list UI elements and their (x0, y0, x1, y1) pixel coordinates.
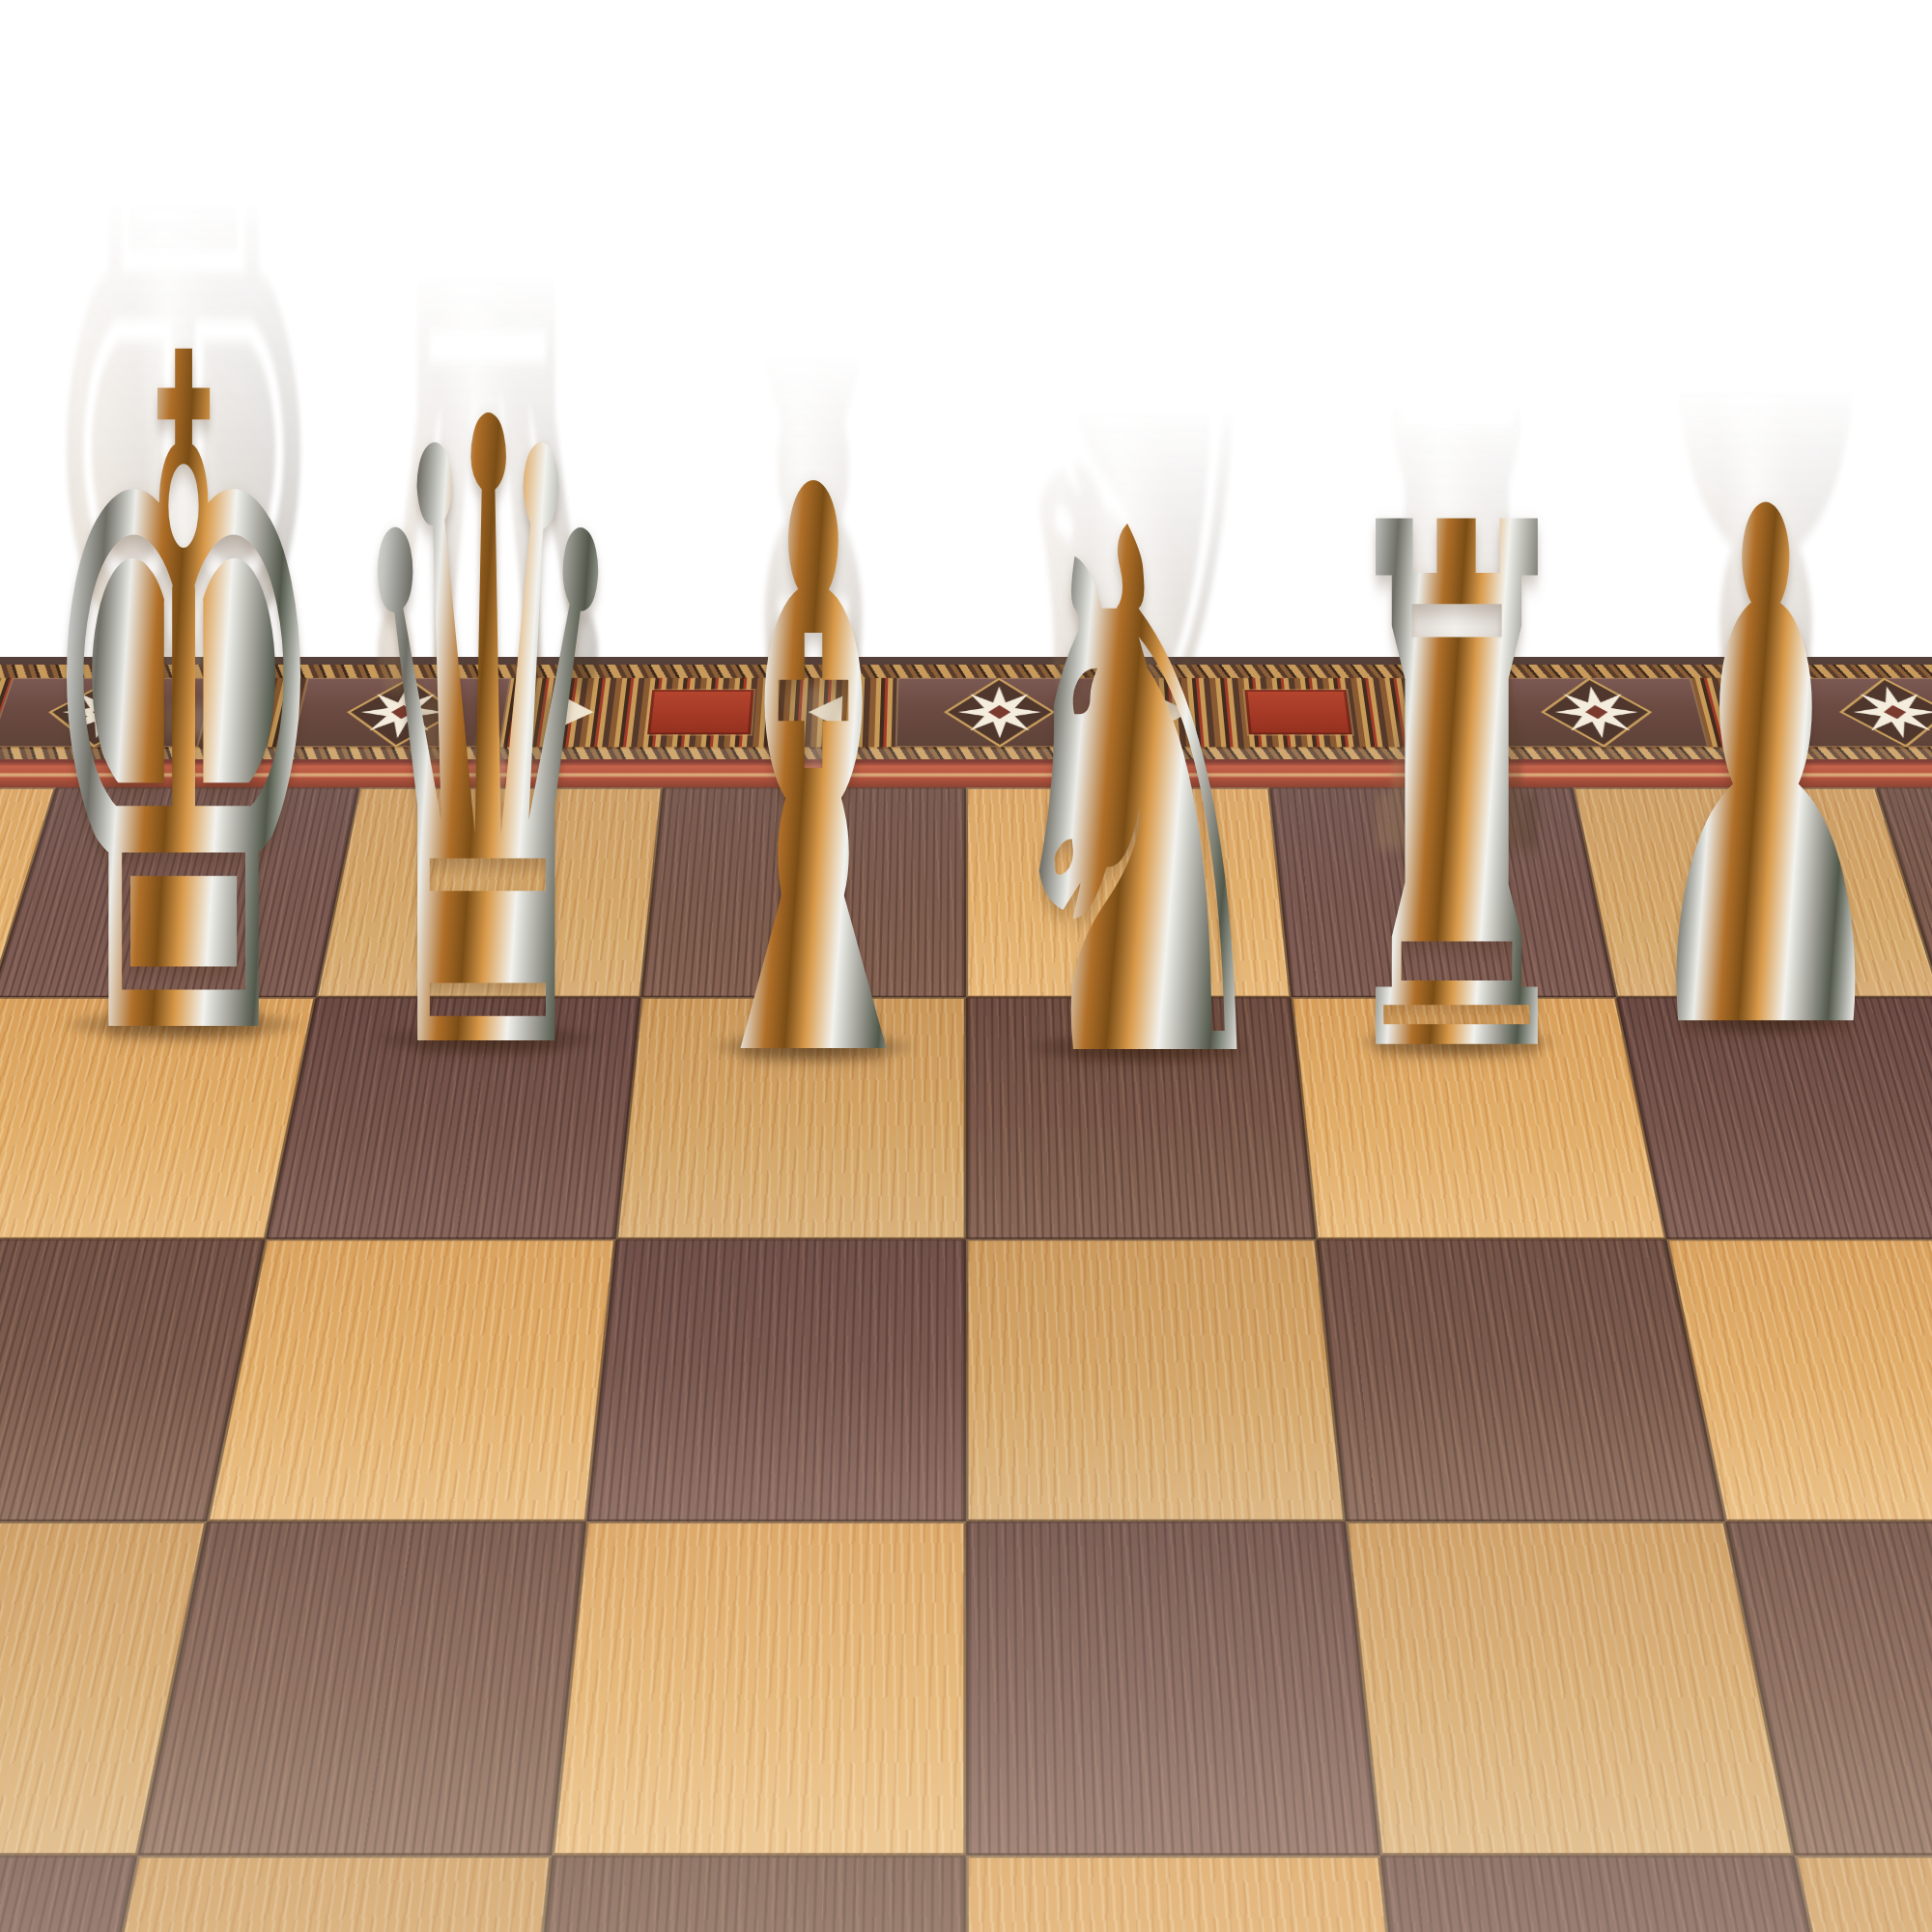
square-b4[interactable] (0, 1856, 137, 1932)
white-pawn-glyph: ♟ (1633, 419, 1900, 1129)
square-c6[interactable] (207, 1239, 615, 1521)
square-f5[interactable] (1346, 1521, 1795, 1856)
white-rook-glyph: ♜ (1327, 435, 1585, 1154)
white-king-glyph: ♚ (34, 241, 333, 1169)
white-bishop-glyph: ♝ (674, 390, 953, 1168)
square-e6[interactable] (966, 1239, 1346, 1521)
product-photo-stage: ♚♚♛♛♝♝♞♞♜♜♟♟ (0, 0, 1932, 1932)
white-knight-glyph: ♞ (983, 440, 1293, 1160)
square-d4[interactable] (510, 1856, 966, 1932)
square-d5[interactable] (552, 1521, 966, 1856)
square-g4[interactable] (1795, 1856, 1932, 1932)
white-queen-glyph: ♛ (341, 313, 634, 1173)
square-c5[interactable] (137, 1521, 586, 1856)
square-d6[interactable] (586, 1239, 966, 1521)
square-e4[interactable] (966, 1856, 1422, 1932)
square-e5[interactable] (966, 1521, 1380, 1856)
square-f6[interactable] (1317, 1239, 1725, 1521)
